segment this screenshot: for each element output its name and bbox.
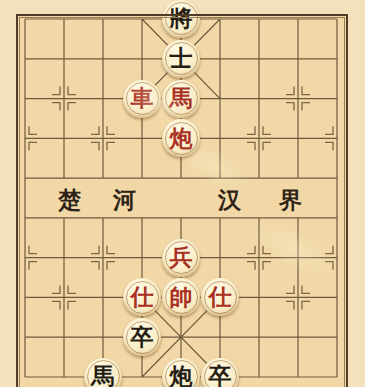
piece-char: 仕 (131, 285, 154, 308)
black-cannon-piece[interactable]: 炮 (162, 358, 200, 387)
black-general-piece[interactable]: 將 (162, 0, 200, 38)
piece-char: 仕 (209, 285, 232, 308)
black-advisor-piece[interactable]: 士 (162, 40, 200, 78)
xiangqi-board[interactable]: 將士車馬炮兵仕帥仕卒馬炮卒 (6, 0, 357, 387)
red-advisor-left-piece[interactable]: 仕 (123, 278, 161, 316)
piece-char: 士 (170, 46, 193, 69)
black-horse-piece[interactable]: 馬 (84, 358, 122, 387)
piece-char: 兵 (170, 245, 193, 268)
piece-char: 炮 (170, 126, 193, 149)
piece-char: 馬 (170, 86, 193, 109)
red-general-piece[interactable]: 帥 (162, 278, 200, 316)
screenshot-root: { "game": "xiangqi", "position": { "fen"… (0, 0, 365, 387)
red-advisor-right-piece[interactable]: 仕 (201, 278, 239, 316)
piece-char: 炮 (170, 364, 193, 387)
piece-char: 車 (131, 86, 154, 109)
piece-char: 馬 (92, 364, 115, 387)
piece-char: 帥 (170, 285, 193, 308)
piece-char: 卒 (131, 325, 154, 348)
red-cannon-piece[interactable]: 炮 (162, 119, 200, 157)
red-chariot-piece[interactable]: 車 (123, 80, 161, 118)
red-horse-piece[interactable]: 馬 (162, 80, 200, 118)
black-soldier-left-piece[interactable]: 卒 (123, 318, 161, 356)
piece-char: 將 (170, 6, 193, 29)
piece-char: 卒 (209, 364, 232, 387)
black-soldier-right-piece[interactable]: 卒 (201, 358, 239, 387)
red-soldier-piece[interactable]: 兵 (162, 239, 200, 277)
